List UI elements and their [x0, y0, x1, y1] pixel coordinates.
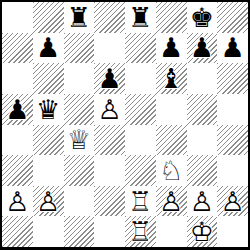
square-b6[interactable] — [33, 63, 64, 94]
square-e5[interactable] — [125, 94, 156, 125]
piece-outline-layer: ♙ — [33, 186, 64, 217]
black-pawn-a5[interactable]: ♟ — [2, 94, 33, 125]
square-b8[interactable] — [33, 2, 64, 33]
square-a2[interactable]: ♟♙ — [2, 186, 33, 217]
square-d1[interactable] — [94, 216, 125, 247]
piece-outline-layer: ♙ — [187, 186, 218, 217]
piece-solid-layer: ♟ — [156, 33, 187, 64]
white-king-g1[interactable]: ♚♔ — [187, 216, 218, 247]
chess-board-frame: ♜♜♚♟♟♟♟♟♝♟♛♟♙♛♕♞♘♟♙♟♙♜♖♟♙♟♙♟♙♜♖♚♔ — [0, 0, 250, 250]
black-pawn-h7[interactable]: ♟ — [217, 33, 248, 64]
square-a6[interactable] — [2, 63, 33, 94]
piece-solid-layer: ♟ — [33, 33, 64, 64]
black-pawn-d6[interactable]: ♟ — [94, 63, 125, 94]
square-a5[interactable]: ♟ — [2, 94, 33, 125]
square-b1[interactable] — [33, 216, 64, 247]
black-pawn-f7[interactable]: ♟ — [156, 33, 187, 64]
square-f7[interactable]: ♟ — [156, 33, 187, 64]
white-pawn-g2[interactable]: ♟♙ — [187, 186, 218, 217]
square-g1[interactable]: ♚♔ — [187, 216, 218, 247]
white-pawn-d5[interactable]: ♟♙ — [94, 94, 125, 125]
square-g3[interactable] — [187, 155, 218, 186]
square-c4[interactable]: ♛♕ — [64, 125, 95, 156]
square-h2[interactable]: ♟♙ — [217, 186, 248, 217]
square-h7[interactable]: ♟ — [217, 33, 248, 64]
square-d6[interactable]: ♟ — [94, 63, 125, 94]
square-h6[interactable] — [217, 63, 248, 94]
black-king-g8[interactable]: ♚ — [187, 2, 218, 33]
square-d4[interactable] — [94, 125, 125, 156]
square-h4[interactable] — [217, 125, 248, 156]
white-rook-e2[interactable]: ♜♖ — [125, 186, 156, 217]
square-d2[interactable] — [94, 186, 125, 217]
piece-solid-layer: ♟ — [2, 94, 33, 125]
square-g8[interactable]: ♚ — [187, 2, 218, 33]
square-e6[interactable] — [125, 63, 156, 94]
square-g2[interactable]: ♟♙ — [187, 186, 218, 217]
piece-solid-layer: ♟ — [94, 63, 125, 94]
square-h8[interactable] — [217, 2, 248, 33]
square-h1[interactable] — [217, 216, 248, 247]
square-e8[interactable]: ♜ — [125, 2, 156, 33]
square-b5[interactable]: ♛ — [33, 94, 64, 125]
square-c3[interactable] — [64, 155, 95, 186]
square-g5[interactable] — [187, 94, 218, 125]
square-d3[interactable] — [94, 155, 125, 186]
square-a4[interactable] — [2, 125, 33, 156]
piece-solid-layer: ♝ — [156, 63, 187, 94]
square-f2[interactable]: ♟♙ — [156, 186, 187, 217]
square-d8[interactable] — [94, 2, 125, 33]
piece-solid-layer: ♟ — [217, 33, 248, 64]
black-pawn-b7[interactable]: ♟ — [33, 33, 64, 64]
square-c1[interactable] — [64, 216, 95, 247]
piece-outline-layer: ♘ — [156, 155, 187, 186]
square-e2[interactable]: ♜♖ — [125, 186, 156, 217]
square-d5[interactable]: ♟♙ — [94, 94, 125, 125]
square-c6[interactable] — [64, 63, 95, 94]
piece-outline-layer: ♖ — [125, 186, 156, 217]
square-f1[interactable] — [156, 216, 187, 247]
square-e7[interactable] — [125, 33, 156, 64]
piece-outline-layer: ♖ — [125, 216, 156, 247]
white-pawn-a2[interactable]: ♟♙ — [2, 186, 33, 217]
white-pawn-h2[interactable]: ♟♙ — [217, 186, 248, 217]
black-queen-b5[interactable]: ♛ — [33, 94, 64, 125]
white-knight-f3[interactable]: ♞♘ — [156, 155, 187, 186]
square-f8[interactable] — [156, 2, 187, 33]
square-d7[interactable] — [94, 33, 125, 64]
square-g6[interactable] — [187, 63, 218, 94]
white-pawn-f2[interactable]: ♟♙ — [156, 186, 187, 217]
square-c7[interactable] — [64, 33, 95, 64]
square-b7[interactable]: ♟ — [33, 33, 64, 64]
square-b3[interactable] — [33, 155, 64, 186]
square-f6[interactable]: ♝ — [156, 63, 187, 94]
square-a7[interactable] — [2, 33, 33, 64]
piece-outline-layer: ♔ — [187, 216, 218, 247]
white-pawn-b2[interactable]: ♟♙ — [33, 186, 64, 217]
square-e1[interactable]: ♜♖ — [125, 216, 156, 247]
square-a3[interactable] — [2, 155, 33, 186]
black-rook-c8[interactable]: ♜ — [64, 2, 95, 33]
square-a8[interactable] — [2, 2, 33, 33]
black-pawn-g7[interactable]: ♟ — [187, 33, 218, 64]
black-rook-e8[interactable]: ♜ — [125, 2, 156, 33]
square-a1[interactable] — [2, 216, 33, 247]
square-g4[interactable] — [187, 125, 218, 156]
square-f4[interactable] — [156, 125, 187, 156]
piece-outline-layer: ♙ — [217, 186, 248, 217]
white-rook-e1[interactable]: ♜♖ — [125, 216, 156, 247]
square-b4[interactable] — [33, 125, 64, 156]
piece-solid-layer: ♚ — [187, 2, 218, 33]
square-f5[interactable] — [156, 94, 187, 125]
piece-outline-layer: ♕ — [64, 125, 95, 156]
square-h5[interactable] — [217, 94, 248, 125]
black-bishop-f6[interactable]: ♝ — [156, 63, 187, 94]
piece-outline-layer: ♙ — [94, 94, 125, 125]
chess-board: ♜♜♚♟♟♟♟♟♝♟♛♟♙♛♕♞♘♟♙♟♙♜♖♟♙♟♙♟♙♜♖♚♔ — [2, 2, 248, 247]
piece-solid-layer: ♟ — [187, 33, 218, 64]
piece-solid-layer: ♜ — [64, 2, 95, 33]
square-e4[interactable] — [125, 125, 156, 156]
square-h3[interactable] — [217, 155, 248, 186]
piece-solid-layer: ♜ — [125, 2, 156, 33]
white-queen-c4[interactable]: ♛♕ — [64, 125, 95, 156]
piece-solid-layer: ♛ — [33, 94, 64, 125]
square-b2[interactable]: ♟♙ — [33, 186, 64, 217]
square-c8[interactable]: ♜ — [64, 2, 95, 33]
square-c2[interactable] — [64, 186, 95, 217]
piece-outline-layer: ♙ — [156, 186, 187, 217]
piece-outline-layer: ♙ — [2, 186, 33, 217]
square-f3[interactable]: ♞♘ — [156, 155, 187, 186]
square-c5[interactable] — [64, 94, 95, 125]
square-e3[interactable] — [125, 155, 156, 186]
square-g7[interactable]: ♟ — [187, 33, 218, 64]
